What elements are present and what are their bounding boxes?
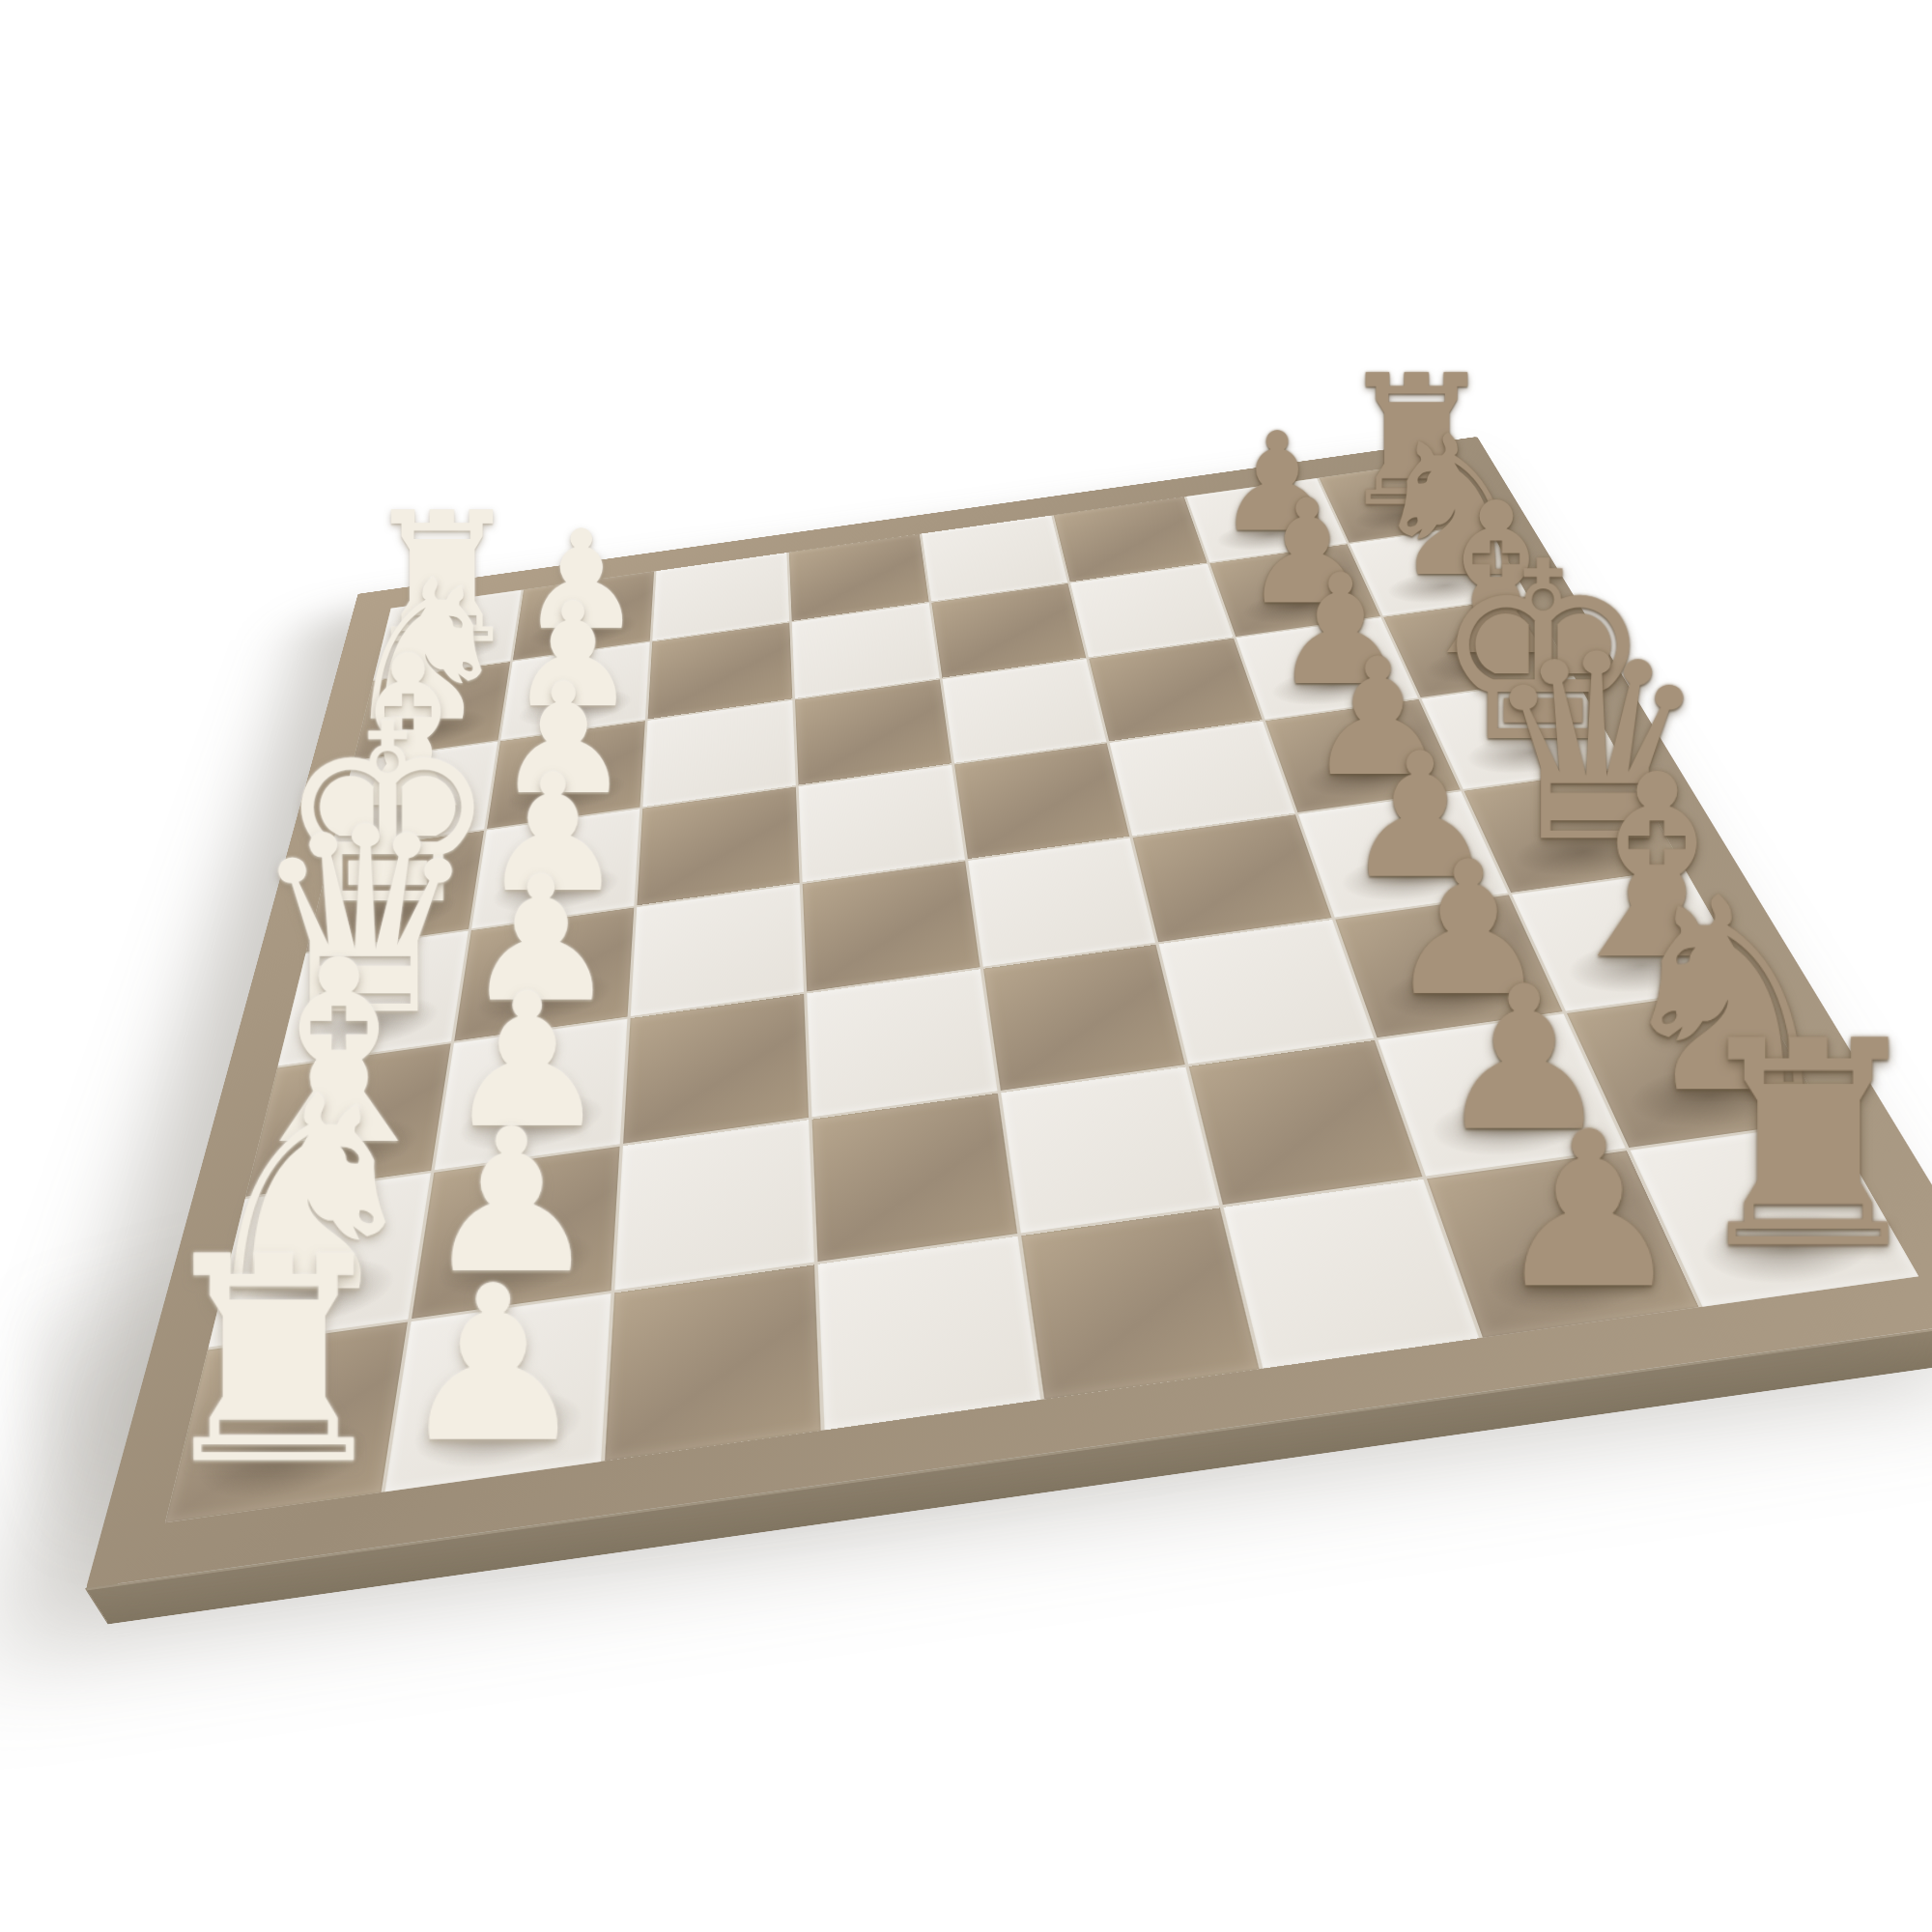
chess-board-squares: ♜♟♟♜♞♟♟♞♝♟♟♝♚♟♟♚♛♟♟♛♝♟♟♝♞♟♟♞♜♟♟♜ — [165, 460, 1918, 1523]
board-square[interactable] — [802, 861, 980, 992]
board-square[interactable] — [817, 1236, 1039, 1430]
board-square[interactable] — [968, 838, 1156, 967]
board-square[interactable] — [807, 970, 997, 1118]
photo-stage: ♜♟♟♜♞♟♟♞♝♟♟♝♚♟♟♚♛♟♟♛♝♟♟♝♞♟♟♞♜♟♟♜ — [0, 0, 1932, 1932]
board-square[interactable] — [1021, 1207, 1260, 1399]
board-square[interactable] — [811, 1094, 1016, 1262]
board-perspective-wrapper: ♜♟♟♜♞♟♟♞♝♟♟♝♚♟♟♚♛♟♟♛♝♟♟♝♞♟♟♞♜♟♟♜ — [158, 52, 1774, 1667]
board-square[interactable]: ♜ — [1631, 1122, 1918, 1307]
board-square[interactable] — [954, 743, 1130, 859]
board-square[interactable] — [1001, 1067, 1220, 1234]
board-square[interactable] — [983, 945, 1186, 1091]
chess-board: ♜♟♟♜♞♟♟♞♝♟♟♝♚♟♟♚♛♟♟♛♝♟♟♝♞♟♟♞♜♟♟♜ — [86, 437, 1932, 1588]
board-square[interactable] — [798, 765, 964, 882]
chess-piece-white-pawn[interactable]: ♟ — [211, 1257, 777, 1472]
board-square[interactable]: ♟ — [384, 1293, 611, 1492]
board-perspective: ♜♟♟♜♞♟♟♞♝♟♟♝♚♟♟♚♛♟♟♛♝♟♟♝♞♟♟♞♜♟♟♜ — [158, 52, 1774, 1667]
chess-piece-brown-rook[interactable]: ♜ — [1526, 1004, 1932, 1288]
